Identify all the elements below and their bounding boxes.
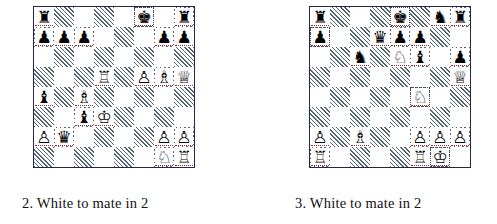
square-h4 (174, 87, 194, 107)
square-b2 (330, 127, 350, 147)
square-c3: ♝ (74, 107, 94, 127)
square-e3 (114, 107, 134, 127)
piece-black-pawn: ♟ (311, 28, 329, 46)
square-a4 (310, 87, 330, 107)
square-f2: ♙ (410, 127, 430, 147)
square-a4: ♝ (34, 87, 54, 107)
piece-white-pawn: ♙ (431, 128, 449, 146)
square-f1 (134, 147, 154, 167)
square-c8 (74, 7, 94, 27)
square-g8 (154, 7, 174, 27)
square-d1 (94, 147, 114, 167)
square-h1 (450, 147, 470, 167)
square-g4 (154, 87, 174, 107)
square-c1 (74, 147, 94, 167)
square-c6 (74, 47, 94, 67)
square-g2: ♙ (430, 127, 450, 147)
piece-white-rook: ♖ (411, 148, 429, 166)
square-f5: ♙ (134, 67, 154, 87)
square-d7: ♛ (370, 27, 390, 47)
piece-white-pawn: ♙ (155, 128, 173, 146)
square-a5 (310, 67, 330, 87)
square-g1: ♘ (154, 147, 174, 167)
square-h3 (450, 107, 470, 127)
square-f4 (134, 87, 154, 107)
square-e2 (114, 127, 134, 147)
square-e1 (114, 147, 134, 167)
square-h2: ♙ (174, 127, 194, 147)
piece-white-queen: ♕ (175, 68, 193, 86)
square-b2: ♛ (54, 127, 74, 147)
piece-white-bishop: ♗ (75, 88, 93, 106)
piece-black-knight: ♞ (351, 48, 369, 66)
piece-white-pawn: ♙ (411, 128, 429, 146)
square-f8: ♚ (134, 7, 154, 27)
square-h7: ♟ (174, 27, 194, 47)
piece-white-knight: ♘ (391, 48, 409, 66)
square-f5 (410, 67, 430, 87)
square-e4 (114, 87, 134, 107)
square-a6 (34, 47, 54, 67)
square-d5: ♖ (94, 67, 114, 87)
piece-black-rook: ♜ (451, 8, 469, 26)
square-d8 (370, 7, 390, 27)
square-f4: ♘ (410, 87, 430, 107)
piece-black-bishop: ♝ (35, 88, 53, 106)
square-h5: ♕ (174, 67, 194, 87)
square-d3 (370, 107, 390, 127)
square-e3 (390, 107, 410, 127)
square-d1 (370, 147, 390, 167)
square-c6: ♞ (350, 47, 370, 67)
square-g5: ♗ (154, 67, 174, 87)
square-d3: ♔ (94, 107, 114, 127)
square-a1 (34, 147, 54, 167)
square-f7: ♟ (410, 27, 430, 47)
piece-white-rook: ♖ (175, 148, 193, 166)
square-h6: ♟ (450, 47, 470, 67)
square-e5 (390, 67, 410, 87)
square-f3 (410, 107, 430, 127)
square-c2: ♗ (350, 127, 370, 147)
square-d4 (370, 87, 390, 107)
square-e8: ♚ (390, 7, 410, 27)
square-a8: ♜ (310, 7, 330, 27)
piece-black-rook: ♜ (35, 8, 53, 26)
square-e6 (114, 47, 134, 67)
square-g1: ♔ (430, 147, 450, 167)
square-b5 (54, 67, 74, 87)
piece-white-knight: ♘ (155, 148, 173, 166)
square-h2: ♙ (450, 127, 470, 147)
square-a2: ♙ (34, 127, 54, 147)
square-e5 (114, 67, 134, 87)
square-d7 (94, 27, 114, 47)
square-a3 (34, 107, 54, 127)
square-a2: ♙ (310, 127, 330, 147)
piece-black-queen: ♛ (55, 128, 73, 146)
chessboard-puzzle-2: ♜♚♜♟♟♟♟♟♖♙♗♕♝♗♝♔♙♛♙♙♘♖ (33, 6, 195, 168)
square-b3 (54, 107, 74, 127)
square-a3 (310, 107, 330, 127)
square-f3 (134, 107, 154, 127)
square-b8 (54, 7, 74, 27)
square-g6 (430, 47, 450, 67)
square-b5 (330, 67, 350, 87)
square-g3 (430, 107, 450, 127)
square-b1 (54, 147, 74, 167)
square-h5: ♕ (450, 67, 470, 87)
piece-black-bishop: ♝ (411, 48, 429, 66)
piece-white-rook: ♖ (311, 148, 329, 166)
caption-puzzle-3: 3. White to mate in 2 (295, 195, 421, 212)
square-d6 (370, 47, 390, 67)
square-a5 (34, 67, 54, 87)
square-g7 (430, 27, 450, 47)
square-c1 (350, 147, 370, 167)
square-g8: ♞ (430, 7, 450, 27)
square-b4 (330, 87, 350, 107)
piece-white-knight: ♘ (411, 88, 429, 106)
square-g5 (430, 67, 450, 87)
square-c8 (350, 7, 370, 27)
square-d4 (94, 87, 114, 107)
square-h1: ♖ (174, 147, 194, 167)
square-d5 (370, 67, 390, 87)
square-h3 (174, 107, 194, 127)
piece-white-bishop: ♗ (155, 68, 173, 86)
piece-white-king: ♔ (95, 108, 113, 126)
square-b4 (54, 87, 74, 107)
piece-black-king: ♚ (135, 8, 153, 26)
piece-white-pawn: ♙ (175, 128, 193, 146)
square-e2 (390, 127, 410, 147)
square-h8: ♜ (174, 7, 194, 27)
piece-white-king: ♔ (431, 148, 449, 166)
square-e4 (390, 87, 410, 107)
piece-white-pawn: ♙ (135, 68, 153, 86)
square-c3 (350, 107, 370, 127)
square-d8 (94, 7, 114, 27)
square-g2: ♙ (154, 127, 174, 147)
piece-black-pawn: ♟ (451, 48, 469, 66)
square-c4: ♗ (74, 87, 94, 107)
piece-black-pawn: ♟ (35, 28, 53, 46)
caption-puzzle-2: 2. White to mate in 2 (22, 195, 148, 212)
chessboard-puzzle-3: ♜♚♞♜♟♛♟♟♞♘♝♟♕♘♙♗♙♙♙♖♖♔ (309, 6, 471, 168)
piece-white-pawn: ♙ (35, 128, 53, 146)
square-b6 (54, 47, 74, 67)
piece-white-rook: ♖ (95, 68, 113, 86)
square-c5 (350, 67, 370, 87)
square-h7 (450, 27, 470, 47)
piece-white-pawn: ♙ (451, 128, 469, 146)
square-c2 (74, 127, 94, 147)
square-b7 (330, 27, 350, 47)
piece-black-pawn: ♟ (175, 28, 193, 46)
square-b6 (330, 47, 350, 67)
square-d2 (94, 127, 114, 147)
piece-black-pawn: ♟ (155, 28, 173, 46)
piece-black-queen: ♛ (371, 28, 389, 46)
piece-white-queen: ♕ (451, 68, 469, 86)
square-f6: ♝ (410, 47, 430, 67)
square-h4 (450, 87, 470, 107)
square-a6 (310, 47, 330, 67)
square-f2 (134, 127, 154, 147)
piece-black-knight: ♞ (431, 8, 449, 26)
square-h8: ♜ (450, 7, 470, 27)
square-b3 (330, 107, 350, 127)
piece-black-rook: ♜ (175, 8, 193, 26)
square-c4 (350, 87, 370, 107)
square-f8 (410, 7, 430, 27)
square-e8 (114, 7, 134, 27)
piece-black-king: ♚ (391, 8, 409, 26)
square-b8 (330, 7, 350, 27)
square-a7: ♟ (310, 27, 330, 47)
piece-black-pawn: ♟ (75, 28, 93, 46)
square-c7: ♟ (74, 27, 94, 47)
square-a7: ♟ (34, 27, 54, 47)
square-h6 (174, 47, 194, 67)
square-f6 (134, 47, 154, 67)
square-g4 (430, 87, 450, 107)
square-e1 (390, 147, 410, 167)
square-g6 (154, 47, 174, 67)
square-c7 (350, 27, 370, 47)
piece-black-bishop: ♝ (75, 108, 93, 126)
square-g3 (154, 107, 174, 127)
square-d6 (94, 47, 114, 67)
piece-white-bishop: ♗ (351, 128, 369, 146)
square-b7: ♟ (54, 27, 74, 47)
square-c5 (74, 67, 94, 87)
piece-black-pawn: ♟ (55, 28, 73, 46)
square-f1: ♖ (410, 147, 430, 167)
square-g7: ♟ (154, 27, 174, 47)
square-e7 (114, 27, 134, 47)
piece-black-pawn: ♟ (391, 28, 409, 46)
square-e7: ♟ (390, 27, 410, 47)
square-a1: ♖ (310, 147, 330, 167)
piece-black-rook: ♜ (311, 8, 329, 26)
piece-white-pawn: ♙ (311, 128, 329, 146)
square-d2 (370, 127, 390, 147)
square-b1 (330, 147, 350, 167)
square-f7 (134, 27, 154, 47)
piece-black-pawn: ♟ (411, 28, 429, 46)
square-a8: ♜ (34, 7, 54, 27)
square-e6: ♘ (390, 47, 410, 67)
